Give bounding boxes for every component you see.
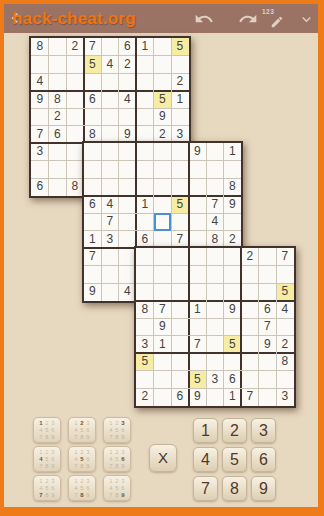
board1-cell-r4c5[interactable] [101,91,119,109]
board1-cell-r1c1[interactable]: 8 [31,38,49,56]
board2-cell-r4c7[interactable] [189,196,207,214]
board3-cell-r8c1[interactable] [136,371,154,389]
board1-cell-r7c1[interactable]: 3 [31,143,49,161]
board3-cell-r5c4[interactable] [189,318,207,336]
board2-cell-r1c9[interactable]: 1 [224,143,242,161]
board3-cell-r2c9[interactable] [276,266,294,284]
board2-cell-r1c7[interactable]: 9 [189,143,207,161]
board3-cell-r7c4[interactable] [189,353,207,371]
pencil-mini-digit: 3 [50,478,56,485]
board3-cell-r6c7[interactable] [241,336,259,354]
board3-cell-r2c3[interactable] [171,266,189,284]
board3-cell-r7c8[interactable] [259,353,277,371]
board1-cell-r4c1[interactable]: 9 [31,91,49,109]
board3-cell-r7c6[interactable] [224,353,242,371]
board2-cell-r2c7[interactable] [189,161,207,179]
board3-cell-r9c5[interactable] [206,388,224,406]
board2-cell-r2c4[interactable] [136,161,154,179]
board2-cell-r4c5[interactable] [154,196,172,214]
board1-cell-r2c4[interactable]: 5 [84,56,102,74]
frame-top [0,0,324,4]
board2-cell-r1c6[interactable] [171,143,189,161]
pencil-mini-digit: 3 [120,449,126,456]
board2-cell-r6c1[interactable]: 1 [84,231,102,249]
board2-cell-r2c2[interactable] [101,161,119,179]
board2-cell-r4c4[interactable]: 1 [136,196,154,214]
board3-cell-r1c8[interactable] [259,248,277,266]
board1-cell-r5c9[interactable] [171,108,189,126]
board2-cell-r1c2[interactable] [101,143,119,161]
pencil-mini-digit: 9 [120,463,126,470]
header-bar: hack-cheat.org 123 [4,4,318,33]
board1-cell-r4c6[interactable]: 4 [119,91,137,109]
board1-cell-r2c1[interactable] [31,56,49,74]
pencil-mini-digit: 9 [120,434,126,441]
board3-cell-r1c1[interactable] [136,248,154,266]
board1-cell-r9c1[interactable]: 6 [31,178,49,196]
undo-icon[interactable] [194,9,214,29]
board1-cell-r1c8[interactable] [154,38,172,56]
board1-cell-r3c4[interactable] [84,73,102,91]
board3-cell-r1c5[interactable] [206,248,224,266]
board1-cell-r1c9[interactable]: 5 [171,38,189,56]
pencil-7-button[interactable]: 123456789 [33,475,61,501]
pencil-mini-digit: 3 [50,449,56,456]
board1-cell-r5c2[interactable]: 2 [49,108,67,126]
board3-cell-r3c9[interactable]: 5 [276,283,294,301]
board1-cell-r4c2[interactable]: 8 [49,91,67,109]
board2-cell-r3c4[interactable] [136,178,154,196]
board2-cell-r1c5[interactable] [154,143,172,161]
pencil-2-button[interactable]: 123456789 [68,417,96,443]
number-1-button[interactable]: 1 [193,418,218,443]
board3-cell-r4c3[interactable] [171,301,189,319]
pencil-5-button[interactable]: 123456789 [68,446,96,472]
board3-cell-r9c4[interactable]: 9 [189,388,207,406]
board1-cell-r3c7[interactable] [136,73,154,91]
pencil-notes-icon[interactable]: 123 [262,8,286,30]
board3-cell-r5c5[interactable] [206,318,224,336]
board3-cell-r5c3[interactable] [171,318,189,336]
board2-cell-r9c1[interactable]: 9 [84,283,102,301]
board2-cell-r3c8[interactable] [206,178,224,196]
board3-cell-r7c5[interactable] [206,353,224,371]
board3-cell-r1c4[interactable] [189,248,207,266]
pencil-mini-digit: 3 [120,420,126,427]
pencil-mini-digit: 9 [50,434,56,441]
board1-cell-r5c7[interactable] [136,108,154,126]
chevron-down-icon[interactable] [298,11,315,28]
board1-cell-r1c2[interactable] [49,38,67,56]
board1-cell-r1c5[interactable] [101,38,119,56]
board3-cell-r7c9[interactable]: 8 [276,353,294,371]
board1-cell-r8c2[interactable] [49,161,67,179]
board3-cell-r1c3[interactable] [171,248,189,266]
board1-cell-r1c7[interactable]: 1 [136,38,154,56]
board3-cell-r8c5[interactable]: 3 [206,371,224,389]
board2-cell-r1c3[interactable] [119,143,137,161]
board3-cell-r1c7[interactable]: 2 [241,248,259,266]
board1-cell-r1c6[interactable]: 6 [119,38,137,56]
board2-cell-r3c9[interactable]: 8 [224,178,242,196]
pencil-mini-digit: 6 [120,427,126,434]
board3-cell-r7c2[interactable] [154,353,172,371]
board3-cell-r8c4[interactable]: 5 [189,371,207,389]
board3-cell-r4c6[interactable]: 9 [224,301,242,319]
board3-cell-r4c1[interactable]: 8 [136,301,154,319]
board3-cell-r2c5[interactable] [206,266,224,284]
number-7-button[interactable]: 7 [193,476,218,501]
board2-cell-r9c2[interactable] [101,283,119,301]
pencil-mini-digit: 9 [85,492,91,499]
board3-cell-r6c9[interactable]: 2 [276,336,294,354]
board3-cell-r3c2[interactable] [154,283,172,301]
board1-cell-r5c4[interactable] [84,108,102,126]
sudoku-board-3: 2758719649731759258536269173 [134,246,296,408]
board3-cell-r2c6[interactable] [224,266,242,284]
board2-cell-r2c8[interactable] [206,161,224,179]
board2-cell-r5c9[interactable] [224,213,242,231]
pencil-mini-digit: 9 [85,463,91,470]
pencil-mini-digit: 6 [120,456,126,463]
board3-cell-r8c6[interactable]: 6 [224,371,242,389]
number-5-button[interactable]: 5 [222,447,247,472]
frame-bottom [0,507,324,516]
number-8-button[interactable]: 8 [222,476,247,501]
app-screen: hack-cheat.org 123 827615542429864512976… [0,0,324,516]
pencil-mini-digit: 3 [50,420,56,427]
board2-cell-r5c1[interactable] [84,213,102,231]
board3-cell-r9c2[interactable] [154,388,172,406]
board3-cell-r9c7[interactable]: 7 [241,388,259,406]
board2-cell-r1c1[interactable] [84,143,102,161]
board2-cell-r3c2[interactable] [101,178,119,196]
board2-cell-r4c6[interactable]: 5 [171,196,189,214]
board2-cell-r5c8[interactable]: 4 [206,213,224,231]
board1-cell-r3c3[interactable] [66,73,84,91]
board2-cell-r2c6[interactable] [171,161,189,179]
board3-cell-r9c6[interactable]: 1 [224,388,242,406]
pencil-mini-digit: 6 [85,456,91,463]
board3-cell-r8c3[interactable] [171,371,189,389]
board2-cell-r5c5[interactable] [154,213,172,231]
board3-cell-r5c9[interactable] [276,318,294,336]
board3-cell-r4c8[interactable]: 6 [259,301,277,319]
pencil-mini-digit: 3 [85,420,91,427]
board3-cell-r9c8[interactable] [259,388,277,406]
board2-cell-r2c3[interactable] [119,161,137,179]
pencil-mini-digit: 6 [50,456,56,463]
board2-cell-r3c5[interactable] [154,178,172,196]
board2-cell-r4c8[interactable]: 7 [206,196,224,214]
board3-cell-r4c2[interactable]: 7 [154,301,172,319]
board1-cell-r2c2[interactable] [49,56,67,74]
board3-cell-r6c3[interactable] [171,336,189,354]
number-2-button[interactable]: 2 [222,418,247,443]
pencil-mini-digit: 6 [120,485,126,492]
board3-cell-r4c9[interactable]: 4 [276,301,294,319]
board1-cell-r2c5[interactable]: 4 [101,56,119,74]
board2-cell-r4c1[interactable]: 6 [84,196,102,214]
board3-cell-r2c4[interactable] [189,266,207,284]
board3-cell-r6c5[interactable] [206,336,224,354]
board2-cell-r4c2[interactable]: 4 [101,196,119,214]
board1-cell-r4c3[interactable] [66,91,84,109]
board1-cell-r2c8[interactable] [154,56,172,74]
board1-cell-r3c6[interactable] [119,73,137,91]
board3-cell-r6c1[interactable]: 3 [136,336,154,354]
pencil-mini-digit: 6 [50,485,56,492]
board3-cell-r5c7[interactable] [241,318,259,336]
board2-cell-r8c1[interactable] [84,266,102,284]
board3-cell-r2c1[interactable] [136,266,154,284]
board1-cell-r6c1[interactable]: 7 [31,126,49,144]
board1-cell-r3c8[interactable] [154,73,172,91]
board3-cell-r9c9[interactable]: 3 [276,388,294,406]
board2-cell-r5c6[interactable] [171,213,189,231]
board3-cell-r5c6[interactable] [224,318,242,336]
board1-cell-r3c5[interactable] [101,73,119,91]
board2-cell-r3c6[interactable] [171,178,189,196]
board3-cell-r2c7[interactable] [241,266,259,284]
board3-cell-r3c8[interactable] [259,283,277,301]
board2-cell-r4c3[interactable] [119,196,137,214]
board3-cell-r6c2[interactable]: 1 [154,336,172,354]
board1-cell-r2c9[interactable] [171,56,189,74]
pencil-mini-digit: 9 [85,434,91,441]
board2-cell-r5c2[interactable]: 7 [101,213,119,231]
number-9-button[interactable]: 9 [251,476,276,501]
board1-cell-r4c4[interactable]: 6 [84,91,102,109]
board3-cell-r4c5[interactable] [206,301,224,319]
number-6-button[interactable]: 6 [251,447,276,472]
board3-cell-r7c1[interactable]: 5 [136,353,154,371]
board2-cell-r3c3[interactable] [119,178,137,196]
pencil-mini-digit: 9 [50,463,56,470]
board1-cell-r5c1[interactable] [31,108,49,126]
redo-icon[interactable] [238,9,258,29]
board1-cell-r3c2[interactable] [49,73,67,91]
frame-right [318,0,324,516]
board2-cell-r7c2[interactable] [101,248,119,266]
pencil-6-button[interactable]: 123456789 [103,446,131,472]
pencil-mini-digit: 6 [85,427,91,434]
board2-cell-r3c1[interactable] [84,178,102,196]
board3-cell-r1c9[interactable]: 7 [276,248,294,266]
board2-cell-r3c7[interactable] [189,178,207,196]
board3-cell-r8c2[interactable] [154,371,172,389]
pencil-9-button[interactable]: 123456789 [103,475,131,501]
board1-cell-r5c6[interactable] [119,108,137,126]
board1-cell-r3c1[interactable]: 4 [31,73,49,91]
number-3-button[interactable]: 3 [251,418,276,443]
board3-cell-r1c6[interactable] [224,248,242,266]
board3-cell-r5c8[interactable]: 7 [259,318,277,336]
board2-cell-r6c2[interactable]: 3 [101,231,119,249]
board1-cell-r2c7[interactable] [136,56,154,74]
number-4-button[interactable]: 4 [193,447,218,472]
clear-cell-button[interactable]: X [149,444,177,472]
board1-cell-r9c2[interactable] [49,178,67,196]
board3-cell-r8c7[interactable] [241,371,259,389]
frame-left [0,0,4,516]
pencil-3-button[interactable]: 123456789 [103,417,131,443]
board3-cell-r7c7[interactable] [241,353,259,371]
board1-cell-r6c2[interactable]: 6 [49,126,67,144]
board2-cell-r7c1[interactable]: 7 [84,248,102,266]
board3-cell-r3c4[interactable] [189,283,207,301]
board3-cell-r4c7[interactable] [241,301,259,319]
board1-cell-r1c4[interactable]: 7 [84,38,102,56]
board3-cell-r6c6[interactable]: 5 [224,336,242,354]
pencil-8-button[interactable]: 123456789 [68,475,96,501]
board1-cell-r5c5[interactable] [101,108,119,126]
board2-cell-r2c9[interactable] [224,161,242,179]
board1-cell-r4c9[interactable]: 1 [171,91,189,109]
board3-cell-r9c1[interactable]: 2 [136,388,154,406]
board3-cell-r2c2[interactable] [154,266,172,284]
pencil-mini-digit: 9 [50,492,56,499]
board1-cell-r4c8[interactable]: 5 [154,91,172,109]
board2-cell-r8c2[interactable] [101,266,119,284]
board3-cell-r7c3[interactable] [171,353,189,371]
board1-cell-r2c6[interactable]: 2 [119,56,137,74]
board3-cell-r3c3[interactable] [171,283,189,301]
board2-cell-r5c3[interactable] [119,213,137,231]
board1-cell-r3c9[interactable]: 2 [171,73,189,91]
board3-cell-r8c9[interactable] [276,371,294,389]
board3-cell-r6c4[interactable]: 7 [189,336,207,354]
board3-cell-r8c8[interactable] [259,371,277,389]
board2-cell-r1c8[interactable] [206,143,224,161]
board2-cell-r5c7[interactable] [189,213,207,231]
pencil-mini-digit: 9 [120,492,126,499]
board3-cell-r3c6[interactable] [224,283,242,301]
board1-cell-r8c1[interactable] [31,161,49,179]
pencil-1-button[interactable]: 123456789 [33,417,61,443]
board2-cell-r1c4[interactable] [136,143,154,161]
board2-cell-r5c4[interactable] [136,213,154,231]
board2-cell-r4c9[interactable]: 9 [224,196,242,214]
board3-cell-r5c1[interactable] [136,318,154,336]
page-title: hack-cheat.org [12,9,136,29]
board1-cell-r5c8[interactable]: 9 [154,108,172,126]
board3-cell-r3c7[interactable] [241,283,259,301]
board3-cell-r9c3[interactable]: 6 [171,388,189,406]
board3-cell-r5c2[interactable]: 9 [154,318,172,336]
pencil-mini-digit: 3 [120,478,126,485]
pencil-notes-badge: 123 [262,8,274,15]
pencil-mini-digit: 6 [85,485,91,492]
board3-cell-r6c8[interactable]: 9 [259,336,277,354]
board2-cell-r2c5[interactable] [154,161,172,179]
board3-cell-r4c4[interactable]: 1 [189,301,207,319]
pencil-mini-digit: 3 [85,449,91,456]
pencil-mini-digit: 3 [85,478,91,485]
board1-cell-r4c7[interactable] [136,91,154,109]
pencil-mini-digit: 6 [50,427,56,434]
pencil-4-button[interactable]: 123456789 [33,446,61,472]
board1-cell-r5c3[interactable] [66,108,84,126]
board1-cell-r2c3[interactable] [66,56,84,74]
board3-cell-r2c8[interactable] [259,266,277,284]
board3-cell-r1c2[interactable] [154,248,172,266]
board3-cell-r3c5[interactable] [206,283,224,301]
board2-cell-r2c1[interactable] [84,161,102,179]
board1-cell-r7c2[interactable] [49,143,67,161]
board3-cell-r3c1[interactable] [136,283,154,301]
board1-cell-r1c3[interactable]: 2 [66,38,84,56]
